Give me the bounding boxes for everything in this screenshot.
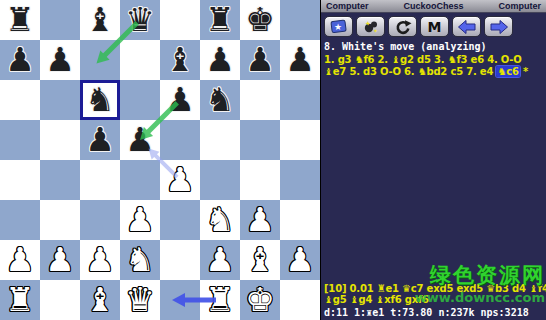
piece-white-pawn: ♟ bbox=[85, 240, 115, 280]
search-stats-line: d:11 1:♜e1 t:73.80 n:237k nps:3218 bbox=[324, 307, 546, 318]
square-a5[interactable] bbox=[0, 120, 40, 160]
square-g3[interactable]: ♟ bbox=[240, 200, 280, 240]
square-h3[interactable] bbox=[280, 200, 320, 240]
analysis-pv-line-2: ♝g5 ♝g4 ♝xf6 gxf6 bbox=[324, 294, 546, 305]
piece-white-king: ♚ bbox=[245, 280, 275, 320]
piece-white-rook: ♜ bbox=[5, 280, 35, 320]
square-f1[interactable]: ♜ bbox=[200, 280, 240, 320]
square-f2[interactable]: ♟ bbox=[200, 240, 240, 280]
square-f4[interactable] bbox=[200, 160, 240, 200]
refresh-icon bbox=[393, 19, 413, 35]
square-a6[interactable] bbox=[0, 80, 40, 120]
square-a2[interactable]: ♟ bbox=[0, 240, 40, 280]
square-a1[interactable]: ♜ bbox=[0, 280, 40, 320]
piece-black-pawn: ♟ bbox=[45, 40, 75, 80]
square-b6[interactable] bbox=[40, 80, 80, 120]
square-b2[interactable]: ♟ bbox=[40, 240, 80, 280]
square-g6[interactable] bbox=[240, 80, 280, 120]
piece-black-knight: ♞ bbox=[85, 80, 115, 120]
panel-spacer bbox=[321, 78, 546, 283]
piece-black-bishop: ♝ bbox=[165, 40, 195, 80]
undo-move-button[interactable] bbox=[452, 16, 481, 37]
square-b5[interactable] bbox=[40, 120, 80, 160]
engine-panel: Computer CuckooChess Computer ★ ✦ ✦ bbox=[320, 0, 546, 320]
toolbar: ★ ✦ ✦ M bbox=[321, 13, 546, 39]
move-list-suffix: * bbox=[520, 66, 528, 77]
square-d1[interactable]: ♛ bbox=[120, 280, 160, 320]
square-h6[interactable] bbox=[280, 80, 320, 120]
piece-black-knight: ♞ bbox=[205, 80, 235, 120]
piece-white-knight: ♞ bbox=[205, 200, 235, 240]
square-g7[interactable]: ♟ bbox=[240, 40, 280, 80]
new-game-flag-star-icon: ★ bbox=[329, 19, 349, 35]
piece-white-pawn: ♟ bbox=[45, 240, 75, 280]
piece-black-rook: ♜ bbox=[5, 0, 35, 40]
piece-white-rook: ♜ bbox=[205, 280, 235, 320]
square-c5[interactable]: ♟ bbox=[80, 120, 120, 160]
square-e6[interactable]: ♟ bbox=[160, 80, 200, 120]
square-e2[interactable] bbox=[160, 240, 200, 280]
move-list-text: 1. g3 ♞f6 2. ♝g2 d5 3. ♞f3 e6 4. O-O ♝e7… bbox=[324, 54, 522, 77]
square-c4[interactable] bbox=[80, 160, 120, 200]
square-e3[interactable] bbox=[160, 200, 200, 240]
square-d8[interactable]: ♛ bbox=[120, 0, 160, 40]
title-bar: Computer CuckooChess Computer bbox=[321, 0, 546, 13]
square-a7[interactable]: ♟ bbox=[0, 40, 40, 80]
app-title: CuckooChess bbox=[403, 1, 463, 11]
square-c6[interactable]: ♞ bbox=[80, 80, 120, 120]
square-g4[interactable] bbox=[240, 160, 280, 200]
new-game-button[interactable]: ★ bbox=[324, 16, 353, 37]
square-b4[interactable] bbox=[40, 160, 80, 200]
piece-black-pawn: ♟ bbox=[125, 120, 155, 160]
piece-black-pawn: ♟ bbox=[165, 80, 195, 120]
square-h4[interactable] bbox=[280, 160, 320, 200]
redo-move-button[interactable] bbox=[484, 16, 513, 37]
square-c2[interactable]: ♟ bbox=[80, 240, 120, 280]
arrow-right-icon bbox=[489, 19, 509, 35]
square-d5[interactable]: ♟ bbox=[120, 120, 160, 160]
cuckoochess-app: ♜♝♛♜♚♟♟♝♟♟♟♞♟♞♟♟♟♟♞♟♟♟♟♞♟♝♟♜♝♛♜♚ Compute… bbox=[0, 0, 546, 320]
piece-black-pawn: ♟ bbox=[85, 120, 115, 160]
arrow-left-icon bbox=[457, 19, 477, 35]
piece-white-pawn: ♟ bbox=[205, 240, 235, 280]
piece-white-pawn: ♟ bbox=[285, 240, 315, 280]
square-b3[interactable] bbox=[40, 200, 80, 240]
piece-black-pawn: ♟ bbox=[205, 40, 235, 80]
square-c3[interactable] bbox=[80, 200, 120, 240]
move-list[interactable]: 1. g3 ♞f6 2. ♝g2 d5 3. ♞f3 e6 4. O-O ♝e7… bbox=[324, 54, 543, 78]
piece-white-knight: ♞ bbox=[125, 240, 155, 280]
square-h5[interactable] bbox=[280, 120, 320, 160]
square-a8[interactable]: ♜ bbox=[0, 0, 40, 40]
m-mode-icon: M bbox=[428, 20, 442, 34]
square-d4[interactable] bbox=[120, 160, 160, 200]
square-f7[interactable]: ♟ bbox=[200, 40, 240, 80]
piece-black-pawn: ♟ bbox=[285, 40, 315, 80]
square-h8[interactable] bbox=[280, 0, 320, 40]
square-f8[interactable]: ♜ bbox=[200, 0, 240, 40]
square-f3[interactable]: ♞ bbox=[200, 200, 240, 240]
move-mode-button[interactable]: M bbox=[420, 16, 449, 37]
piece-white-pawn: ♟ bbox=[245, 200, 275, 240]
square-c1[interactable]: ♝ bbox=[80, 280, 120, 320]
black-player-label: Computer bbox=[499, 1, 542, 11]
square-c8[interactable]: ♝ bbox=[80, 0, 120, 40]
engine-status-line: 8. White's move (analyzing) bbox=[324, 41, 546, 52]
square-f6[interactable]: ♞ bbox=[200, 80, 240, 120]
square-f5[interactable] bbox=[200, 120, 240, 160]
chess-board[interactable]: ♜♝♛♜♚♟♟♝♟♟♟♞♟♞♟♟♟♟♞♟♟♟♟♞♟♝♟♜♝♛♜♚ bbox=[0, 0, 320, 320]
square-h1[interactable] bbox=[280, 280, 320, 320]
piece-black-pawn: ♟ bbox=[5, 40, 35, 80]
settings-sparkle-icon: ✦ ✦ bbox=[361, 19, 381, 35]
square-h7[interactable]: ♟ bbox=[280, 40, 320, 80]
piece-white-pawn: ♟ bbox=[165, 160, 195, 200]
piece-black-bishop: ♝ bbox=[85, 0, 115, 40]
square-g1[interactable]: ♚ bbox=[240, 280, 280, 320]
square-g5[interactable] bbox=[240, 120, 280, 160]
square-c7[interactable] bbox=[80, 40, 120, 80]
piece-white-bishop: ♝ bbox=[85, 280, 115, 320]
square-g8[interactable]: ♚ bbox=[240, 0, 280, 40]
piece-white-bishop: ♝ bbox=[245, 240, 275, 280]
piece-black-king: ♚ bbox=[245, 0, 275, 40]
square-e5[interactable] bbox=[160, 120, 200, 160]
refresh-button[interactable] bbox=[388, 16, 417, 37]
square-h2[interactable]: ♟ bbox=[280, 240, 320, 280]
square-d2[interactable]: ♞ bbox=[120, 240, 160, 280]
piece-white-queen: ♛ bbox=[125, 280, 155, 320]
selected-move[interactable]: ♞c6 bbox=[496, 66, 519, 77]
settings-button[interactable]: ✦ ✦ bbox=[356, 16, 385, 37]
square-a3[interactable] bbox=[0, 200, 40, 240]
svg-text:✦: ✦ bbox=[365, 20, 371, 28]
piece-white-pawn: ♟ bbox=[5, 240, 35, 280]
piece-black-pawn: ♟ bbox=[245, 40, 275, 80]
square-a4[interactable] bbox=[0, 160, 40, 200]
svg-text:✦: ✦ bbox=[373, 27, 378, 34]
square-e4[interactable]: ♟ bbox=[160, 160, 200, 200]
svg-text:★: ★ bbox=[333, 22, 341, 32]
analysis-pv-line-1: [10] 0.01 ♜e1 ♛c7 exd5 exd5 ♛b3 d4 ♝f4 ♝… bbox=[324, 283, 546, 294]
square-d6[interactable] bbox=[120, 80, 160, 120]
white-player-label: Computer bbox=[326, 1, 369, 11]
square-d7[interactable] bbox=[120, 40, 160, 80]
square-b7[interactable]: ♟ bbox=[40, 40, 80, 80]
square-e1[interactable] bbox=[160, 280, 200, 320]
piece-black-queen: ♛ bbox=[125, 0, 155, 40]
square-d3[interactable]: ♟ bbox=[120, 200, 160, 240]
piece-black-rook: ♜ bbox=[205, 0, 235, 40]
square-b8[interactable] bbox=[40, 0, 80, 40]
square-e8[interactable] bbox=[160, 0, 200, 40]
square-g2[interactable]: ♝ bbox=[240, 240, 280, 280]
square-b1[interactable] bbox=[40, 280, 80, 320]
square-e7[interactable]: ♝ bbox=[160, 40, 200, 80]
piece-white-pawn: ♟ bbox=[125, 200, 155, 240]
